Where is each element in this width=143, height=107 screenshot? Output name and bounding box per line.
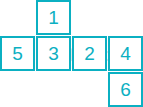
face-cell-3: 3 [36, 36, 71, 71]
face-cell-4: 4 [108, 36, 143, 71]
dice-net-diagram: testbook 1 5 3 2 4 6 [0, 0, 143, 107]
face-cell-6: 6 [108, 72, 143, 107]
empty-cell-r0c0 [0, 0, 35, 35]
empty-cell-r0c3 [108, 0, 143, 35]
empty-cell-r0c2 [72, 0, 107, 35]
face-cell-5: 5 [0, 36, 35, 71]
face-cell-2: 2 [72, 36, 107, 71]
empty-cell-r2c1 [36, 72, 71, 107]
dice-net-board: 1 5 3 2 4 6 [0, 0, 143, 107]
empty-cell-r2c2 [72, 72, 107, 107]
empty-cell-r2c0 [0, 72, 35, 107]
face-cell-1: 1 [36, 0, 71, 35]
